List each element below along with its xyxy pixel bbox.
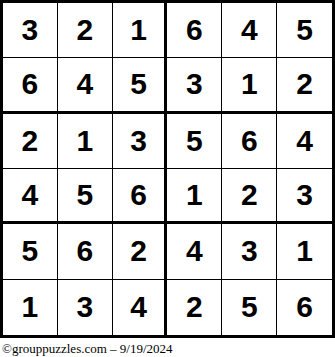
sudoku-cell-r3c5: 6 [222,114,277,169]
sudoku-cell-r3c2: 1 [58,114,113,169]
sudoku-cell-r6c3: 4 [113,280,168,335]
sudoku-cell-r2c3: 5 [113,58,168,113]
sudoku-cell-r3c3: 3 [113,114,168,169]
sudoku-cell-r6c1: 1 [3,280,58,335]
sudoku-cell-r2c5: 1 [222,58,277,113]
sudoku-cell-r2c2: 4 [58,58,113,113]
sudoku-cell-r2c1: 6 [3,58,58,113]
copyright-footer: ©grouppuzzles.com – 9/19/2024 [0,341,335,357]
sudoku-cell-r1c6: 5 [277,3,332,58]
sudoku-cell-r5c4: 4 [167,224,222,279]
sudoku-cell-r1c1: 3 [3,3,58,58]
sudoku-board: 321645645312213564456123562431134256 [0,0,335,338]
sudoku-cell-r1c3: 1 [113,3,168,58]
sudoku-cell-r3c1: 2 [3,114,58,169]
sudoku-cell-r2c4: 3 [167,58,222,113]
sudoku-cell-r5c6: 1 [277,224,332,279]
sudoku-cell-r1c2: 2 [58,3,113,58]
sudoku-cell-r5c1: 5 [3,224,58,279]
sudoku-cell-r6c6: 6 [277,280,332,335]
sudoku-cell-r4c1: 4 [3,169,58,224]
sudoku-cell-r3c6: 4 [277,114,332,169]
sudoku-cell-r6c5: 5 [222,280,277,335]
sudoku-cell-r4c5: 2 [222,169,277,224]
sudoku-cell-r3c4: 5 [167,114,222,169]
sudoku-cell-r5c3: 2 [113,224,168,279]
sudoku-cell-r2c6: 2 [277,58,332,113]
sudoku-cell-r6c4: 2 [167,280,222,335]
sudoku-cell-r5c2: 6 [58,224,113,279]
sudoku-cell-r5c5: 3 [222,224,277,279]
sudoku-cell-r4c6: 3 [277,169,332,224]
sudoku-cell-r4c4: 1 [167,169,222,224]
sudoku-cell-r4c2: 5 [58,169,113,224]
sudoku-cell-r1c5: 4 [222,3,277,58]
sudoku-cell-r1c4: 6 [167,3,222,58]
sudoku-cell-r4c3: 6 [113,169,168,224]
sudoku-cell-r6c2: 3 [58,280,113,335]
